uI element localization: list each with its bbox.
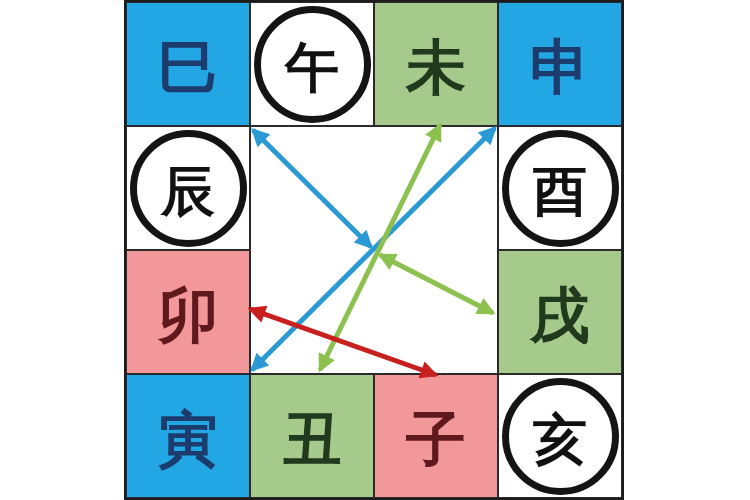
circle-marker-you: 酉 (502, 130, 619, 247)
cell-wei: 未 (374, 2, 498, 126)
branch-zi: 子 (406, 409, 466, 469)
earthly-branches-board: 巳 午 未 申 辰 酉 卯 戌 寅 丑 子 亥 (124, 0, 624, 500)
branch-you: 酉 (533, 164, 587, 218)
cell-hai: 亥 (498, 374, 622, 498)
cell-mao: 卯 (126, 250, 250, 374)
cell-xu: 戌 (498, 250, 622, 374)
cell-si: 巳 (126, 2, 250, 126)
circle-marker-chen: 辰 (130, 130, 247, 247)
branch-wu: 午 (285, 40, 339, 94)
branch-hai: 亥 (533, 412, 587, 466)
branch-chen: 辰 (161, 164, 215, 218)
branch-yin: 寅 (158, 409, 218, 469)
center-area (250, 126, 498, 374)
cell-chou: 丑 (250, 374, 374, 498)
cell-zi: 子 (374, 374, 498, 498)
circle-marker-hai: 亥 (502, 378, 619, 495)
circle-marker-wu: 午 (254, 6, 371, 123)
cell-yin: 寅 (126, 374, 250, 498)
cell-you: 酉 (498, 126, 622, 250)
branch-shen: 申 (530, 37, 590, 97)
branch-wei: 未 (406, 37, 466, 97)
branch-si: 巳 (158, 37, 218, 97)
branch-chou: 丑 (282, 409, 342, 469)
cell-chen: 辰 (126, 126, 250, 250)
cell-shen: 申 (498, 2, 622, 126)
branch-xu: 戌 (530, 285, 590, 345)
branch-mao: 卯 (158, 285, 218, 345)
cell-wu: 午 (250, 2, 374, 126)
